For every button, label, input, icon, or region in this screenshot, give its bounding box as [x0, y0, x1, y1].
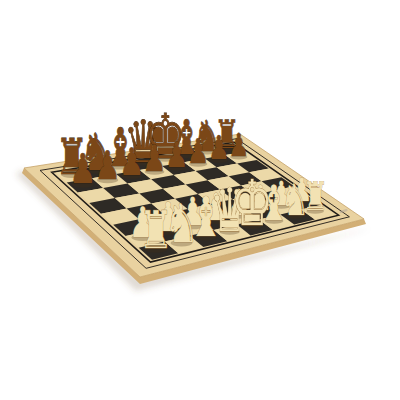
chess-set-product-photo: ♜♞♝♛♚♝♞♜♟♟♟♟♟♟♟♟♟♟♟♟♟♟♟♟♜♞♝♛♚♝♞♜	[0, 0, 400, 400]
piece-black-pawn-c7[interactable]: ♟	[119, 140, 144, 184]
piece-white-rook-h1[interactable]: ♜	[302, 174, 328, 219]
piece-black-pawn-a7[interactable]: ♟	[69, 146, 96, 194]
piece-black-pawn-b7[interactable]: ♟	[95, 143, 121, 188]
piece-black-pawn-g7[interactable]: ♟	[208, 129, 230, 168]
chess-scene-svg: ♜♞♝♛♚♝♞♜♟♟♟♟♟♟♟♟♟♟♟♟♟♟♟♟♜♞♝♛♚♝♞♜	[0, 0, 400, 400]
piece-black-pawn-h7[interactable]: ♟	[228, 126, 249, 164]
piece-black-pawn-d7[interactable]: ♟	[142, 137, 166, 180]
piece-black-pawn-f7[interactable]: ♟	[187, 131, 210, 171]
piece-black-pawn-e7[interactable]: ♟	[165, 134, 188, 175]
